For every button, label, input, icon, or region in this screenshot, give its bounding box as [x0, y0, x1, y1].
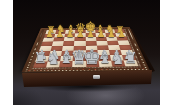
gold-pawn: ♟ — [107, 30, 115, 39]
gold-pawn: ♟ — [56, 30, 64, 39]
gold-pawn: ♟ — [97, 30, 105, 39]
gold-pawn: ♟ — [87, 30, 95, 39]
chess-set-photo: ♜♞♝♛♚♝♞♜♟♟♟♟♟♟♟♟♟♟♟♟♟♟♟♟♜♞♝♛♚♝♞♜ — [13, 0, 160, 105]
gold-pawn: ♟ — [45, 30, 53, 39]
pieces-layer: ♜♞♝♛♚♝♞♜♟♟♟♟♟♟♟♟♟♟♟♟♟♟♟♟♜♞♝♛♚♝♞♜ — [13, 0, 160, 105]
white-matte-right — [160, 0, 175, 105]
silver-knight: ♞ — [111, 51, 125, 67]
gold-pawn: ♟ — [66, 30, 74, 39]
gold-pawn: ♟ — [117, 30, 125, 39]
gold-pawn: ♟ — [76, 30, 84, 39]
silver-rook: ♜ — [124, 51, 138, 66]
silver-rook: ♜ — [34, 51, 48, 66]
white-matte-left — [0, 0, 13, 105]
